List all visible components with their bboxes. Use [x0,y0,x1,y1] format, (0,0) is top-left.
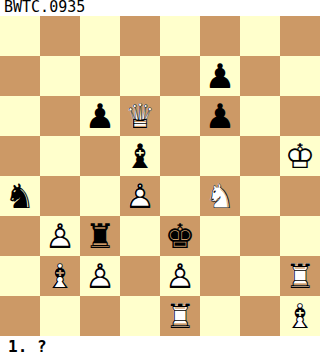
white-pawn-piece: ♟♙ [80,256,120,296]
black-knight-piece: ♞ [0,176,40,216]
square-h5[interactable]: ♚♔ [280,136,320,176]
black-pawn-piece: ♟ [80,96,120,136]
square-e8[interactable] [160,16,200,56]
white-rook-piece: ♜♖ [160,296,200,336]
square-f2[interactable] [200,256,240,296]
white-pawn-outline: ♙ [160,256,200,296]
white-knight-piece: ♞♘ [200,176,240,216]
square-b2[interactable]: ♝♗ [40,256,80,296]
white-pawn-outline: ♙ [80,256,120,296]
square-b3[interactable]: ♟♙ [40,216,80,256]
square-a8[interactable] [0,16,40,56]
square-c5[interactable] [80,136,120,176]
square-f3[interactable] [200,216,240,256]
square-f6[interactable]: ♟ [200,96,240,136]
diagram-title: BWTC.0935 [0,0,320,16]
square-d8[interactable] [120,16,160,56]
square-g6[interactable] [240,96,280,136]
square-f7[interactable]: ♟ [200,56,240,96]
black-pawn-piece: ♟ [200,56,240,96]
black-rook-glyph: ♜ [80,216,120,256]
white-rook-piece: ♜♖ [280,256,320,296]
white-pawn-piece: ♟♙ [160,256,200,296]
square-b8[interactable] [40,16,80,56]
black-bishop-piece: ♝ [120,136,160,176]
square-a1[interactable] [0,296,40,336]
white-bishop-outline: ♗ [40,256,80,296]
square-f4[interactable]: ♞♘ [200,176,240,216]
black-pawn-glyph: ♟ [80,96,120,136]
square-g3[interactable] [240,216,280,256]
square-c8[interactable] [80,16,120,56]
square-e7[interactable] [160,56,200,96]
square-e3[interactable]: ♚ [160,216,200,256]
black-pawn-glyph: ♟ [200,96,240,136]
square-d5[interactable]: ♝ [120,136,160,176]
black-king-glyph: ♚ [160,216,200,256]
square-d4[interactable]: ♟♙ [120,176,160,216]
white-rook-outline: ♖ [160,296,200,336]
square-c7[interactable] [80,56,120,96]
square-h3[interactable] [280,216,320,256]
square-g1[interactable] [240,296,280,336]
square-g2[interactable] [240,256,280,296]
square-e6[interactable] [160,96,200,136]
square-e2[interactable]: ♟♙ [160,256,200,296]
black-bishop-glyph: ♝ [120,136,160,176]
square-d7[interactable] [120,56,160,96]
square-c3[interactable]: ♜ [80,216,120,256]
square-a6[interactable] [0,96,40,136]
white-pawn-piece: ♟♙ [120,176,160,216]
square-a5[interactable] [0,136,40,176]
square-c1[interactable] [80,296,120,336]
square-b7[interactable] [40,56,80,96]
square-h2[interactable]: ♜♖ [280,256,320,296]
black-rook-piece: ♜ [80,216,120,256]
square-f1[interactable] [200,296,240,336]
white-rook-outline: ♖ [280,256,320,296]
square-b4[interactable] [40,176,80,216]
square-d6[interactable]: ♛♕ [120,96,160,136]
square-c2[interactable]: ♟♙ [80,256,120,296]
square-c4[interactable] [80,176,120,216]
black-pawn-piece: ♟ [200,96,240,136]
square-d1[interactable] [120,296,160,336]
square-e1[interactable]: ♜♖ [160,296,200,336]
square-c6[interactable]: ♟ [80,96,120,136]
black-pawn-glyph: ♟ [200,56,240,96]
square-h4[interactable] [280,176,320,216]
move-prompt: 1. ? [0,336,320,360]
square-d3[interactable] [120,216,160,256]
white-pawn-outline: ♙ [120,176,160,216]
white-king-outline: ♔ [280,136,320,176]
square-e5[interactable] [160,136,200,176]
square-f8[interactable] [200,16,240,56]
square-g5[interactable] [240,136,280,176]
square-b6[interactable] [40,96,80,136]
square-a2[interactable] [0,256,40,296]
square-g4[interactable] [240,176,280,216]
chess-board: ♟♟♛♕♟♝♚♔♞♟♙♞♘♟♙♜♚♝♗♟♙♟♙♜♖♜♖♝♗ [0,16,320,336]
square-h8[interactable] [280,16,320,56]
white-pawn-piece: ♟♙ [40,216,80,256]
black-king-piece: ♚ [160,216,200,256]
square-h7[interactable] [280,56,320,96]
white-queen-piece: ♛♕ [120,96,160,136]
white-bishop-outline: ♗ [280,296,320,336]
square-a4[interactable]: ♞ [0,176,40,216]
square-b5[interactable] [40,136,80,176]
square-a3[interactable] [0,216,40,256]
white-knight-outline: ♘ [200,176,240,216]
square-b1[interactable] [40,296,80,336]
square-f5[interactable] [200,136,240,176]
white-king-piece: ♚♔ [280,136,320,176]
square-g7[interactable] [240,56,280,96]
square-d2[interactable] [120,256,160,296]
white-bishop-piece: ♝♗ [40,256,80,296]
square-a7[interactable] [0,56,40,96]
square-e4[interactable] [160,176,200,216]
white-pawn-outline: ♙ [40,216,80,256]
square-h6[interactable] [280,96,320,136]
black-knight-glyph: ♞ [0,176,40,216]
square-h1[interactable]: ♝♗ [280,296,320,336]
square-g8[interactable] [240,16,280,56]
white-queen-outline: ♕ [120,96,160,136]
white-bishop-piece: ♝♗ [280,296,320,336]
